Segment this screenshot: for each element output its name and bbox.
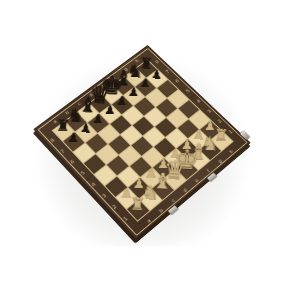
- square-a1[interactable]: ♜: [126, 200, 148, 221]
- square-d5[interactable]: [120, 126, 141, 145]
- white-rook-a1[interactable]: ♜: [125, 183, 152, 214]
- black-pawn-a7[interactable]: ♟: [61, 116, 87, 146]
